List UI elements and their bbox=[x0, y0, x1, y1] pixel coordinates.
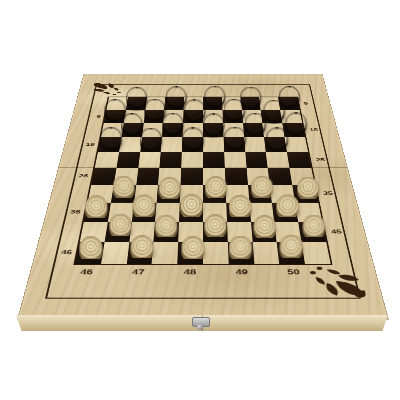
light-square bbox=[263, 123, 285, 137]
light-square bbox=[183, 123, 203, 137]
dark-square[interactable] bbox=[203, 185, 226, 203]
dark-square[interactable] bbox=[104, 110, 126, 123]
light-square bbox=[119, 137, 142, 152]
light-square bbox=[114, 168, 138, 185]
dark-square[interactable] bbox=[282, 123, 305, 137]
light-square bbox=[246, 168, 270, 185]
light-square bbox=[252, 242, 279, 264]
wooden-board: 6162636465152535454647484950 bbox=[17, 74, 389, 320]
light-square bbox=[270, 185, 295, 203]
light-square bbox=[158, 168, 181, 185]
light-square bbox=[155, 203, 180, 222]
checkerboard-grid bbox=[75, 97, 330, 264]
light-square bbox=[203, 203, 227, 222]
light-square bbox=[184, 97, 203, 110]
light-square bbox=[142, 123, 164, 137]
dark-square[interactable] bbox=[261, 110, 282, 123]
light-square bbox=[242, 110, 263, 123]
square-number-label: 35 bbox=[322, 191, 333, 196]
square-number-label: 5 bbox=[303, 102, 308, 105]
light-square bbox=[95, 152, 119, 168]
light-square bbox=[225, 185, 249, 203]
square-number-label: 26 bbox=[61, 174, 89, 178]
light-square bbox=[108, 203, 134, 222]
light-square bbox=[203, 242, 229, 264]
light-square bbox=[302, 242, 331, 264]
dark-square[interactable] bbox=[264, 137, 287, 152]
dark-square[interactable] bbox=[277, 242, 305, 264]
dark-square[interactable] bbox=[298, 222, 326, 242]
dark-square[interactable] bbox=[222, 110, 242, 123]
dark-square[interactable] bbox=[243, 123, 265, 137]
light-square bbox=[203, 110, 223, 123]
light-square bbox=[244, 137, 266, 152]
dark-square[interactable] bbox=[251, 222, 277, 242]
dark-square[interactable] bbox=[157, 185, 181, 203]
dark-square[interactable] bbox=[228, 242, 254, 264]
light-square bbox=[259, 97, 280, 110]
light-square bbox=[129, 222, 155, 242]
light-square bbox=[222, 97, 242, 110]
light-square bbox=[203, 168, 225, 185]
dark-square[interactable] bbox=[268, 168, 292, 185]
dark-square[interactable] bbox=[98, 137, 121, 152]
dark-square[interactable] bbox=[287, 152, 311, 168]
light-square bbox=[163, 110, 183, 123]
light-square bbox=[152, 242, 178, 264]
light-square bbox=[285, 137, 308, 152]
light-square bbox=[124, 110, 145, 123]
dark-square[interactable] bbox=[203, 152, 225, 168]
dark-square[interactable] bbox=[181, 168, 203, 185]
light-square bbox=[280, 110, 302, 123]
light-square bbox=[224, 152, 246, 168]
square-number-label: 16 bbox=[69, 143, 95, 147]
dark-square[interactable] bbox=[203, 222, 228, 242]
dark-square[interactable] bbox=[104, 222, 131, 242]
dark-square[interactable] bbox=[203, 97, 222, 110]
light-square bbox=[181, 152, 203, 168]
dark-square[interactable] bbox=[241, 97, 261, 110]
dark-square[interactable] bbox=[248, 185, 272, 203]
light-square bbox=[88, 185, 114, 203]
dark-square[interactable] bbox=[160, 152, 182, 168]
light-square bbox=[161, 137, 183, 152]
dark-square[interactable] bbox=[75, 242, 104, 264]
light-square bbox=[106, 97, 127, 110]
dark-square[interactable] bbox=[182, 137, 203, 152]
dark-square[interactable] bbox=[278, 97, 299, 110]
light-square bbox=[227, 222, 252, 242]
dark-square[interactable] bbox=[183, 110, 203, 123]
light-square bbox=[223, 123, 244, 137]
dark-square[interactable] bbox=[223, 137, 245, 152]
dark-square[interactable] bbox=[272, 203, 298, 222]
square-number-label: 50 bbox=[287, 269, 300, 276]
light-square bbox=[101, 123, 124, 137]
square-number-label: 47 bbox=[132, 269, 145, 276]
dark-square[interactable] bbox=[91, 168, 116, 185]
dark-square[interactable] bbox=[226, 203, 251, 222]
dark-square[interactable] bbox=[116, 152, 140, 168]
dark-square[interactable] bbox=[140, 137, 162, 152]
dark-square[interactable] bbox=[292, 185, 318, 203]
light-square bbox=[249, 203, 274, 222]
light-square bbox=[266, 152, 290, 168]
dark-square[interactable] bbox=[126, 242, 153, 264]
square-number-label: 6 bbox=[77, 115, 102, 119]
light-square bbox=[290, 168, 315, 185]
dark-square[interactable] bbox=[245, 152, 268, 168]
light-square bbox=[80, 222, 108, 242]
light-square bbox=[138, 152, 161, 168]
light-square bbox=[101, 242, 129, 264]
light-square bbox=[180, 185, 203, 203]
light-square bbox=[295, 203, 322, 222]
dark-square[interactable] bbox=[225, 168, 248, 185]
dark-square[interactable] bbox=[154, 222, 179, 242]
metal-clasp-pin bbox=[197, 324, 203, 330]
square-number-label: 25 bbox=[315, 158, 325, 162]
dark-square[interactable] bbox=[136, 168, 160, 185]
square-number-label: 46 bbox=[41, 250, 73, 256]
square-number-label: 49 bbox=[235, 269, 248, 276]
light-square bbox=[274, 222, 301, 242]
light-square bbox=[203, 137, 224, 152]
dark-square[interactable] bbox=[121, 123, 143, 137]
light-square bbox=[134, 185, 158, 203]
light-square bbox=[178, 222, 203, 242]
dark-square[interactable] bbox=[162, 123, 183, 137]
dark-square[interactable] bbox=[179, 203, 203, 222]
dark-square[interactable] bbox=[126, 97, 147, 110]
light-square bbox=[145, 97, 165, 110]
corner-flourish-icon bbox=[95, 84, 123, 95]
square-number-label: 48 bbox=[184, 269, 197, 276]
dark-square[interactable] bbox=[203, 123, 223, 137]
square-number-label: 46 bbox=[80, 269, 94, 276]
dark-square[interactable] bbox=[111, 185, 136, 203]
dark-square[interactable] bbox=[84, 203, 111, 222]
dark-square[interactable] bbox=[177, 242, 203, 264]
dark-square[interactable] bbox=[132, 203, 157, 222]
square-number-label: 15 bbox=[309, 128, 319, 132]
photo-stage: 6162636465152535454647484950 bbox=[0, 0, 400, 400]
dark-square[interactable] bbox=[143, 110, 164, 123]
dark-square[interactable] bbox=[164, 97, 184, 110]
